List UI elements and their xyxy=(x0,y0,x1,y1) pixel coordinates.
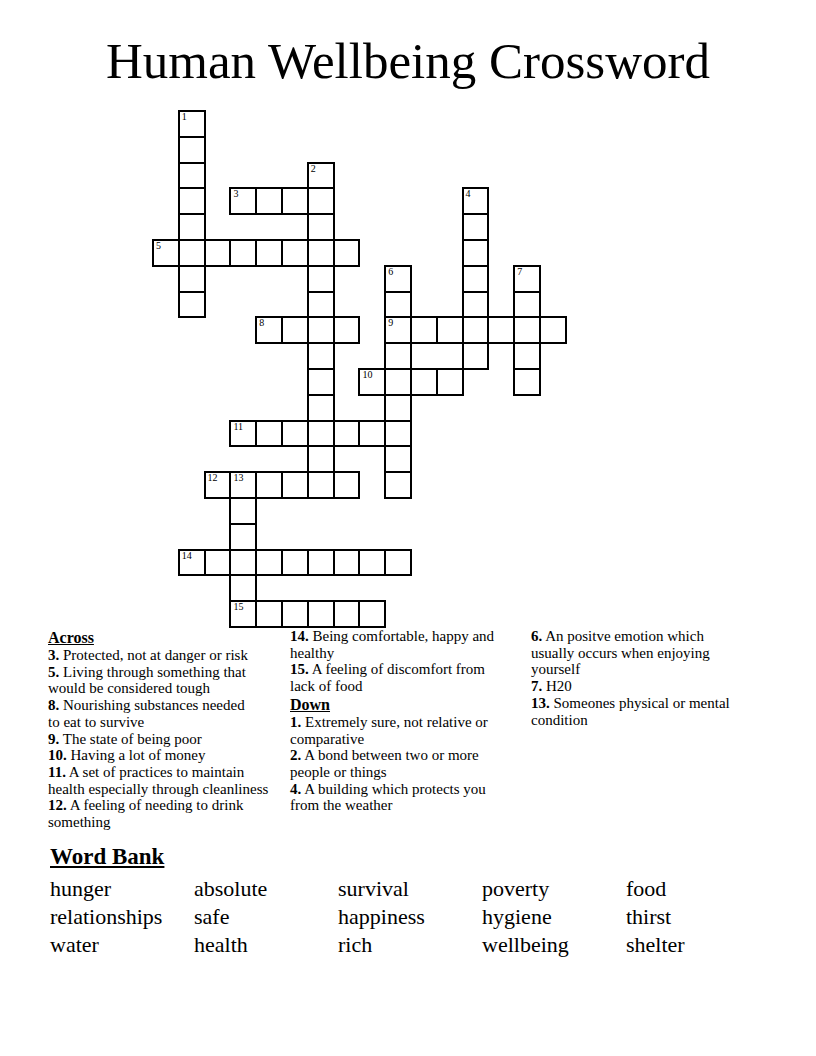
clue-across-14: 14. Being comfortable, happy andhealthy xyxy=(290,628,530,661)
grid-cell-r14c9[interactable] xyxy=(384,471,412,499)
clue-number-label: 6. xyxy=(531,628,542,644)
clues-column-1: Across 3. Protected, not at danger or ri… xyxy=(48,628,288,831)
grid-cell-r19c4[interactable] xyxy=(255,600,283,628)
grid-cell-r5c1[interactable] xyxy=(178,239,206,267)
grid-cell-r1c1[interactable] xyxy=(178,136,206,164)
word-bank-word-food: food xyxy=(626,875,770,903)
clue-number-label: 4. xyxy=(290,781,301,797)
word-bank-word-poverty: poverty xyxy=(482,875,626,903)
grid-cell-r19c8[interactable] xyxy=(358,600,386,628)
grid-cell-r12c3[interactable]: 11 xyxy=(229,420,257,448)
grid-cell-r10c14[interactable] xyxy=(513,368,541,396)
clue-number-label: 11. xyxy=(48,764,66,780)
word-bank-word-hygiene: hygiene xyxy=(482,903,626,931)
grid-cell-r17c6[interactable] xyxy=(307,549,335,577)
clue-number-5: 5 xyxy=(156,241,161,251)
clue-number-label: 3. xyxy=(48,647,59,663)
word-bank-word-relationships: relationships xyxy=(50,903,194,931)
clue-down-1: 1. Extremely sure, not relative orcompar… xyxy=(290,714,530,747)
clue-number-12: 12 xyxy=(208,473,218,483)
grid-cell-r18c3[interactable] xyxy=(229,574,257,602)
grid-cell-r6c6[interactable] xyxy=(307,265,335,293)
grid-cell-r7c12[interactable] xyxy=(462,291,490,319)
grid-cell-r8c7[interactable] xyxy=(333,316,361,344)
clue-across-12: 12. A feeling of needing to drinksomethi… xyxy=(48,797,288,830)
clue-number-label: 2. xyxy=(290,747,301,763)
down-clues-part2: 6. An positve emotion whichusually occur… xyxy=(531,628,771,728)
grid-cell-r19c7[interactable] xyxy=(333,600,361,628)
grid-cell-r5c3[interactable] xyxy=(229,239,257,267)
grid-cell-r0c1[interactable]: 1 xyxy=(178,110,206,138)
grid-cell-r4c1[interactable] xyxy=(178,213,206,241)
grid-cell-r9c9[interactable] xyxy=(384,342,412,370)
word-bank-list: hungerabsolutesurvivalpovertyfoodrelatio… xyxy=(50,875,770,959)
clue-number-8: 8 xyxy=(259,318,264,328)
clue-number-15: 15 xyxy=(233,602,243,612)
grid-cell-r2c1[interactable] xyxy=(178,162,206,190)
grid-cell-r14c7[interactable] xyxy=(333,471,361,499)
grid-cell-r8c12[interactable] xyxy=(462,316,490,344)
word-bank-word-health: health xyxy=(194,931,338,959)
grid-cell-r8c15[interactable] xyxy=(539,316,567,344)
down-clues-part1: 1. Extremely sure, not relative orcompar… xyxy=(290,714,530,814)
clue-number-3: 3 xyxy=(233,189,238,199)
grid-cell-r4c12[interactable] xyxy=(462,213,490,241)
grid-cell-r10c10[interactable] xyxy=(410,368,438,396)
grid-cell-r3c4[interactable] xyxy=(255,187,283,215)
grid-cell-r12c6[interactable] xyxy=(307,420,335,448)
across-clues-part1: 3. Protected, not at danger or risk5. Li… xyxy=(48,647,288,831)
grid-cell-r9c6[interactable] xyxy=(307,342,335,370)
grid-cell-r9c14[interactable] xyxy=(513,342,541,370)
grid-cell-r19c5[interactable] xyxy=(281,600,309,628)
grid-cell-r14c3[interactable]: 13 xyxy=(229,471,257,499)
grid-cell-r12c5[interactable] xyxy=(281,420,309,448)
grid-cell-r8c4[interactable]: 8 xyxy=(255,316,283,344)
word-bank-word-shelter: shelter xyxy=(626,931,770,959)
grid-cell-r3c1[interactable] xyxy=(178,187,206,215)
grid-cell-r3c5[interactable] xyxy=(281,187,309,215)
grid-cell-r5c4[interactable] xyxy=(255,239,283,267)
grid-cell-r6c1[interactable] xyxy=(178,265,206,293)
word-bank-word-wellbeing: wellbeing xyxy=(482,931,626,959)
grid-cell-r8c6[interactable] xyxy=(307,316,335,344)
grid-cell-r6c9[interactable]: 6 xyxy=(384,265,412,293)
clue-across-10: 10. Having a lot of money xyxy=(48,747,288,764)
grid-cell-r10c9[interactable] xyxy=(384,368,412,396)
grid-cell-r10c6[interactable] xyxy=(307,368,335,396)
grid-cell-r3c12[interactable]: 4 xyxy=(462,187,490,215)
grid-cell-r8c13[interactable] xyxy=(487,316,515,344)
grid-cell-r12c7[interactable] xyxy=(333,420,361,448)
clue-number-2: 2 xyxy=(311,164,316,174)
word-bank-word-happiness: happiness xyxy=(338,903,482,931)
clue-number-label: 15. xyxy=(290,661,309,677)
grid-cell-r9c12[interactable] xyxy=(462,342,490,370)
clue-number-label: 13. xyxy=(531,695,550,711)
grid-cell-r12c9[interactable] xyxy=(384,420,412,448)
grid-cell-r15c3[interactable] xyxy=(229,497,257,525)
word-bank-heading: Word Bank xyxy=(50,845,770,869)
word-bank-word-safe: safe xyxy=(194,903,338,931)
clue-number-13: 13 xyxy=(233,473,243,483)
clue-down-2: 2. A bond between two or morepeople or t… xyxy=(290,747,530,780)
clue-across-8: 8. Nourishing substances neededto eat to… xyxy=(48,697,288,730)
clue-number-label: 10. xyxy=(48,747,67,763)
grid-cell-r6c12[interactable] xyxy=(462,265,490,293)
clue-down-4: 4. A building which protects youfrom the… xyxy=(290,781,530,814)
clue-number-label: 14. xyxy=(290,628,309,644)
grid-cell-r19c3[interactable]: 15 xyxy=(229,600,257,628)
grid-cell-r10c8[interactable]: 10 xyxy=(358,368,386,396)
grid-cell-r7c6[interactable] xyxy=(307,291,335,319)
grid-cell-r5c12[interactable] xyxy=(462,239,490,267)
clue-across-9: 9. The state of being poor xyxy=(48,731,288,748)
clue-number-label: 9. xyxy=(48,731,59,747)
grid-cell-r5c5[interactable] xyxy=(281,239,309,267)
grid-cell-r17c7[interactable] xyxy=(333,549,361,577)
grid-cell-r7c14[interactable] xyxy=(513,291,541,319)
grid-cell-r17c9[interactable] xyxy=(384,549,412,577)
clue-across-3: 3. Protected, not at danger or risk xyxy=(48,647,288,664)
grid-cell-r12c8[interactable] xyxy=(358,420,386,448)
word-bank-word-thirst: thirst xyxy=(626,903,770,931)
grid-cell-r3c3[interactable]: 3 xyxy=(229,187,257,215)
grid-cell-r2c6[interactable]: 2 xyxy=(307,162,335,190)
clue-number-9: 9 xyxy=(388,318,393,328)
clue-number-4: 4 xyxy=(466,189,471,199)
grid-cell-r17c4[interactable] xyxy=(255,549,283,577)
grid-cell-r17c1[interactable]: 14 xyxy=(178,549,206,577)
clue-number-14: 14 xyxy=(182,551,192,561)
clue-number-label: 1. xyxy=(290,714,301,730)
clue-number-label: 5. xyxy=(48,664,59,680)
grid-cell-r17c2[interactable] xyxy=(204,549,232,577)
grid-cell-r3c6[interactable] xyxy=(307,187,335,215)
grid-cell-r4c6[interactable] xyxy=(307,213,335,241)
grid-cell-r8c14[interactable] xyxy=(513,316,541,344)
grid-cell-r5c2[interactable] xyxy=(204,239,232,267)
clue-number-10: 10 xyxy=(362,370,372,380)
grid-cell-r17c3[interactable] xyxy=(229,549,257,577)
across-clues-part2: 14. Being comfortable, happy andhealthy1… xyxy=(290,628,530,695)
grid-cell-r14c5[interactable] xyxy=(281,471,309,499)
grid-cell-r8c9[interactable]: 9 xyxy=(384,316,412,344)
grid-cell-r11c9[interactable] xyxy=(384,394,412,422)
word-bank-word-survival: survival xyxy=(338,875,482,903)
clue-number-6: 6 xyxy=(388,267,393,277)
grid-cell-r8c10[interactable] xyxy=(410,316,438,344)
clue-across-11: 11. A set of practices to maintainhealth… xyxy=(48,764,288,797)
grid-cell-r13c6[interactable] xyxy=(307,445,335,473)
down-heading: Down xyxy=(290,695,530,714)
grid-cell-r8c5[interactable] xyxy=(281,316,309,344)
grid-cell-r14c4[interactable] xyxy=(255,471,283,499)
clue-down-6: 6. An positve emotion whichusually occur… xyxy=(531,628,771,678)
grid-cell-r13c9[interactable] xyxy=(384,445,412,473)
crossword-grid: 123456789101112131415 xyxy=(152,110,567,628)
grid-cell-r17c8[interactable] xyxy=(358,549,386,577)
clue-number-label: 12. xyxy=(48,797,67,813)
clues-column-2: 14. Being comfortable, happy andhealthy1… xyxy=(290,628,530,814)
clue-number-7: 7 xyxy=(517,267,522,277)
grid-cell-r5c6[interactable] xyxy=(307,239,335,267)
word-bank-section: Word Bank hungerabsolutesurvivalpovertyf… xyxy=(50,845,770,959)
grid-cell-r7c9[interactable] xyxy=(384,291,412,319)
word-bank-word-rich: rich xyxy=(338,931,482,959)
word-bank-word-absolute: absolute xyxy=(194,875,338,903)
grid-cell-r6c14[interactable]: 7 xyxy=(513,265,541,293)
grid-cell-r7c1[interactable] xyxy=(178,291,206,319)
clue-across-15: 15. A feeling of discomfort fromlack of … xyxy=(290,661,530,694)
grid-cell-r5c0[interactable]: 5 xyxy=(152,239,180,267)
clue-number-label: 8. xyxy=(48,697,59,713)
grid-cell-r17c5[interactable] xyxy=(281,549,309,577)
clue-across-5: 5. Living through something thatwould be… xyxy=(48,664,288,697)
grid-cell-r11c6[interactable] xyxy=(307,394,335,422)
clue-down-13: 13. Someones physical or mentalcondition xyxy=(531,695,771,728)
grid-cell-r10c11[interactable] xyxy=(436,368,464,396)
clues-column-3: 6. An positve emotion whichusually occur… xyxy=(531,628,771,728)
clue-down-7: 7. H20 xyxy=(531,678,771,695)
word-bank-word-hunger: hunger xyxy=(50,875,194,903)
clue-number-label: 7. xyxy=(531,678,542,694)
grid-cell-r14c6[interactable] xyxy=(307,471,335,499)
grid-cell-r12c4[interactable] xyxy=(255,420,283,448)
grid-cell-r19c6[interactable] xyxy=(307,600,335,628)
across-heading: Across xyxy=(48,628,288,647)
grid-cell-r5c7[interactable] xyxy=(333,239,361,267)
clue-number-1: 1 xyxy=(182,112,187,122)
word-bank-word-water: water xyxy=(50,931,194,959)
clue-number-11: 11 xyxy=(233,422,243,432)
page-title: Human Wellbeing Crossword xyxy=(0,33,816,90)
grid-cell-r8c11[interactable] xyxy=(436,316,464,344)
grid-cell-r14c2[interactable]: 12 xyxy=(204,471,232,499)
grid-cell-r16c3[interactable] xyxy=(229,523,257,551)
